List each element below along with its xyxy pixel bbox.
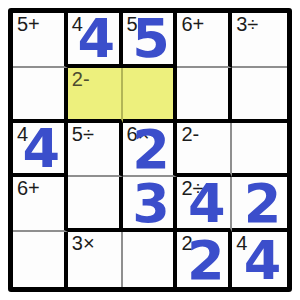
cage-clue: 5 <box>127 13 138 36</box>
cage-clue: 6+ <box>17 177 40 200</box>
cell-r4c3[interactable]: 22 <box>177 232 232 287</box>
cage-clue: 5÷ <box>72 123 94 146</box>
cell-r0c3[interactable]: 6+ <box>177 13 232 68</box>
cell-r1c2[interactable] <box>123 68 178 123</box>
cage-clue: 4 <box>72 13 83 36</box>
cell-r2c0[interactable]: 44 <box>13 123 68 178</box>
cell-r4c4[interactable]: 44 <box>232 232 287 287</box>
cage-clue: 4 <box>236 232 247 255</box>
cell-r1c3[interactable] <box>177 68 232 123</box>
cell-r4c0[interactable] <box>13 232 68 287</box>
cell-r3c0[interactable]: 6+ <box>13 177 68 232</box>
cell-r2c2[interactable]: 6×2 <box>123 123 178 178</box>
cell-r1c0[interactable] <box>13 68 68 123</box>
cage-clue: 6+ <box>181 13 204 36</box>
cell-r4c1[interactable]: 3× <box>68 232 123 287</box>
cage-clue: 5+ <box>17 13 40 36</box>
cell-r2c4[interactable] <box>232 123 287 178</box>
cell-r3c3[interactable]: 2÷4 <box>177 177 232 232</box>
cage-clue: 2- <box>72 68 90 91</box>
cage-clue: 3÷ <box>236 13 258 36</box>
cell-r0c0[interactable]: 5+ <box>13 13 68 68</box>
cell-r2c3[interactable]: 2- <box>177 123 232 178</box>
cage-clue: 2 <box>181 232 192 255</box>
cage-clue: 4 <box>17 123 28 146</box>
cell-r1c1[interactable]: 2- <box>68 68 123 123</box>
cell-r0c4[interactable]: 3÷ <box>232 13 287 68</box>
cage-clue: 2- <box>181 123 199 146</box>
cell-r3c1[interactable] <box>68 177 123 232</box>
cage-clue: 6× <box>127 123 150 146</box>
kenken-board: 5+44556+3÷2-445÷6×22-6+32÷423×2244 <box>8 8 292 292</box>
cell-r1c4[interactable] <box>232 68 287 123</box>
cell-r3c2[interactable]: 3 <box>123 177 178 232</box>
cell-r3c4[interactable]: 2 <box>232 177 287 232</box>
cell-r0c1[interactable]: 44 <box>68 13 123 68</box>
cell-r4c2[interactable] <box>123 232 178 287</box>
entered-digit: 2 <box>232 177 287 228</box>
cage-clue: 3× <box>72 232 95 255</box>
cell-r0c2[interactable]: 55 <box>123 13 178 68</box>
cage-clue: 2÷ <box>181 177 203 200</box>
entered-digit: 3 <box>123 177 174 228</box>
cell-r2c1[interactable]: 5÷ <box>68 123 123 178</box>
